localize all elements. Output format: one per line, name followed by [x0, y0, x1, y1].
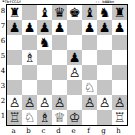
square-g8[interactable]: ♞	[97, 5, 112, 20]
square-d6[interactable]	[52, 35, 67, 50]
square-c6[interactable]: ♞	[37, 35, 52, 50]
piece-white-knight: ♘	[84, 80, 96, 95]
piece-black-rook: ♜	[114, 5, 126, 20]
piece-white-pawn: ♙	[114, 95, 126, 110]
square-d2[interactable]: ♙	[52, 95, 67, 110]
square-f3[interactable]: ♘	[82, 80, 97, 95]
square-g1[interactable]	[97, 110, 112, 125]
square-a8[interactable]: ♜	[7, 5, 22, 20]
square-c2[interactable]: ♙	[37, 95, 52, 110]
square-e3[interactable]	[67, 80, 82, 95]
square-h7[interactable]: ♟	[112, 20, 127, 35]
piece-black-pawn: ♟	[69, 50, 81, 65]
square-d4[interactable]	[52, 65, 67, 80]
piece-white-pawn: ♙	[84, 95, 96, 110]
piece-white-pawn: ♙	[69, 65, 81, 80]
square-b2[interactable]: ♙	[22, 95, 37, 110]
file-label-c: c	[36, 127, 51, 135]
square-c1[interactable]: ♗	[37, 110, 52, 125]
square-g3[interactable]	[97, 80, 112, 95]
chess-diagram: ╙Tbf­CC&f :: bШШbп 87654321 ♜♝♛♚♝♞♜♟♟♟♟♟…	[0, 0, 135, 135]
square-c3[interactable]	[37, 80, 52, 95]
square-f5[interactable]	[82, 50, 97, 65]
piece-white-pawn: ♙	[54, 95, 66, 110]
square-g6[interactable]	[97, 35, 112, 50]
square-h1[interactable]: ♖	[112, 110, 127, 125]
file-label-e: e	[66, 127, 81, 135]
square-f7[interactable]: ♟	[82, 20, 97, 35]
square-d5[interactable]	[52, 50, 67, 65]
square-e8[interactable]: ♚	[67, 5, 82, 20]
square-h6[interactable]	[112, 35, 127, 50]
square-h3[interactable]	[112, 80, 127, 95]
piece-white-queen: ♕	[54, 110, 66, 125]
square-h4[interactable]	[112, 65, 127, 80]
square-c7[interactable]: ♟	[37, 20, 52, 35]
piece-black-knight: ♞	[39, 35, 51, 50]
file-label-g: g	[96, 127, 111, 135]
square-e5[interactable]: ♟	[67, 50, 82, 65]
square-a1[interactable]: ♖	[7, 110, 22, 125]
square-f6[interactable]	[82, 35, 97, 50]
piece-white-king: ♔	[69, 110, 81, 125]
chess-board[interactable]: ♜♝♛♚♝♞♜♟♟♟♟♟♟♟♞♗♟♙♘♙♙♙♙♙♙♙♖♘♗♕♔♖	[6, 4, 128, 126]
piece-black-knight: ♞	[99, 5, 111, 20]
square-a7[interactable]: ♟	[7, 20, 22, 35]
piece-white-bishop: ♗	[39, 110, 51, 125]
square-b1[interactable]: ♘	[22, 110, 37, 125]
square-g2[interactable]: ♙	[97, 95, 112, 110]
piece-black-pawn: ♟	[24, 20, 36, 35]
square-d8[interactable]: ♛	[52, 5, 67, 20]
piece-white-rook: ♖	[9, 110, 21, 125]
square-e6[interactable]	[67, 35, 82, 50]
file-labels: abcdefgh	[6, 127, 126, 135]
piece-white-pawn: ♙	[24, 95, 36, 110]
square-b3[interactable]	[22, 80, 37, 95]
piece-black-pawn: ♟	[84, 20, 96, 35]
piece-black-pawn: ♟	[39, 20, 51, 35]
piece-white-rook: ♖	[114, 110, 126, 125]
square-b5[interactable]: ♗	[22, 50, 37, 65]
piece-white-pawn: ♙	[99, 95, 111, 110]
square-d7[interactable]: ♟	[52, 20, 67, 35]
piece-white-knight: ♘	[24, 110, 36, 125]
piece-black-bishop: ♝	[39, 5, 51, 20]
file-label-h: h	[111, 127, 126, 135]
square-b4[interactable]	[22, 65, 37, 80]
square-a3[interactable]	[7, 80, 22, 95]
file-label-d: d	[51, 127, 66, 135]
square-c8[interactable]: ♝	[37, 5, 52, 20]
square-a6[interactable]	[7, 35, 22, 50]
piece-black-rook: ♜	[9, 5, 21, 20]
piece-black-bishop: ♝	[84, 5, 96, 20]
piece-white-pawn: ♙	[9, 95, 21, 110]
square-e2[interactable]	[67, 95, 82, 110]
square-b7[interactable]: ♟	[22, 20, 37, 35]
square-g4[interactable]	[97, 65, 112, 80]
piece-black-pawn: ♟	[54, 20, 66, 35]
square-b8[interactable]	[22, 5, 37, 20]
square-f4[interactable]	[82, 65, 97, 80]
square-c5[interactable]	[37, 50, 52, 65]
piece-black-queen: ♛	[54, 5, 66, 20]
square-f1[interactable]	[82, 110, 97, 125]
piece-white-bishop: ♗	[24, 50, 36, 65]
square-h2[interactable]: ♙	[112, 95, 127, 110]
file-label-b: b	[21, 127, 36, 135]
square-f8[interactable]: ♝	[82, 5, 97, 20]
file-label-a: a	[6, 127, 21, 135]
square-e1[interactable]: ♔	[67, 110, 82, 125]
square-g7[interactable]: ♟	[97, 20, 112, 35]
square-d1[interactable]: ♕	[52, 110, 67, 125]
piece-black-pawn: ♟	[114, 20, 126, 35]
square-a5[interactable]	[7, 50, 22, 65]
square-e4[interactable]: ♙	[67, 65, 82, 80]
square-f2[interactable]: ♙	[82, 95, 97, 110]
square-b6[interactable]	[22, 35, 37, 50]
piece-white-pawn: ♙	[39, 95, 51, 110]
square-c4[interactable]	[37, 65, 52, 80]
square-h5[interactable]	[112, 50, 127, 65]
square-e7[interactable]	[67, 20, 82, 35]
square-d3[interactable]	[52, 80, 67, 95]
square-g5[interactable]	[97, 50, 112, 65]
piece-black-pawn: ♟	[9, 20, 21, 35]
square-h8[interactable]: ♜	[112, 5, 127, 20]
square-a2[interactable]: ♙	[7, 95, 22, 110]
square-a4[interactable]	[7, 65, 22, 80]
file-label-f: f	[81, 127, 96, 135]
piece-black-king: ♚	[69, 5, 81, 20]
piece-black-pawn: ♟	[99, 20, 111, 35]
